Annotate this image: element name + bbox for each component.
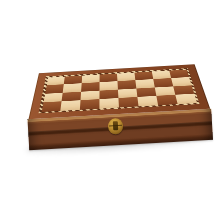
board-square — [118, 97, 138, 107]
brass-clasp — [108, 117, 124, 134]
product-photo — [0, 0, 220, 220]
board-square — [100, 98, 119, 108]
board-square — [156, 95, 177, 105]
board-grid — [41, 70, 196, 112]
chess-box — [25, 64, 213, 152]
inlay-border — [39, 69, 200, 114]
board-square — [41, 102, 62, 112]
board-square — [61, 101, 81, 111]
board-square — [137, 96, 158, 106]
board-square — [175, 94, 197, 104]
board-square — [80, 100, 99, 110]
